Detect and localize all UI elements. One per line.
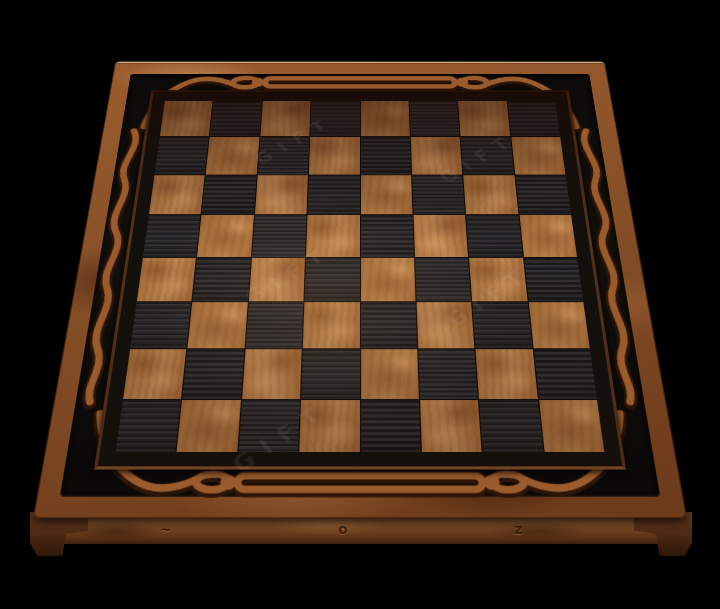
square-e2 [361,349,419,398]
square-c4 [249,257,305,301]
square-e1 [361,400,421,452]
square-f7 [411,137,463,174]
square-a7 [155,137,209,174]
square-b5 [197,215,253,256]
square-h2 [533,349,596,398]
square-f6 [412,175,465,214]
square-b2 [183,349,245,398]
square-f2 [418,349,478,398]
skirt-carved-marks: o ~ o z o [0,521,720,537]
square-h8 [507,101,560,136]
square-h1 [539,400,605,452]
square-c2 [242,349,302,398]
square-e4 [361,257,416,301]
square-h3 [528,302,589,348]
square-c6 [255,175,308,214]
chessboard: GIFT GIFT GIFT GIFT GIFT GIFT GIFT GIFT … [33,62,687,519]
square-c7 [258,137,310,174]
square-g4 [469,257,527,301]
square-a2 [123,349,186,398]
square-b8 [210,101,262,136]
square-d5 [306,215,359,256]
chessboard-photo-scene: o ~ o z o [0,0,720,609]
square-f4 [415,257,471,301]
square-d2 [301,349,359,398]
square-d8 [310,101,359,136]
square-h7 [511,137,565,174]
square-f5 [413,215,468,256]
square-b1 [177,400,241,452]
square-d6 [308,175,360,214]
square-h5 [519,215,577,256]
square-h6 [515,175,571,214]
square-e8 [360,101,409,136]
square-a3 [130,302,191,348]
square-e6 [360,175,412,214]
square-g2 [476,349,538,398]
square-g5 [466,215,522,256]
board-grid [116,101,605,452]
square-c5 [252,215,307,256]
square-e3 [361,302,418,348]
square-c8 [260,101,310,136]
square-d4 [305,257,360,301]
square-a6 [149,175,205,214]
square-f8 [409,101,459,136]
square-f3 [416,302,474,348]
square-b6 [202,175,257,214]
square-g8 [458,101,510,136]
square-b4 [193,257,251,301]
square-a1 [116,400,182,452]
square-b3 [188,302,248,348]
square-g1 [479,400,543,452]
square-d3 [303,302,360,348]
square-f1 [420,400,482,452]
square-e7 [360,137,411,174]
square-c3 [245,302,303,348]
square-d7 [309,137,360,174]
square-g6 [463,175,518,214]
square-d1 [299,400,359,452]
playing-surface-plate [94,90,626,469]
square-c1 [238,400,300,452]
square-h4 [524,257,584,301]
square-g3 [472,302,532,348]
square-e5 [360,215,413,256]
square-g7 [461,137,514,174]
square-a8 [160,101,213,136]
square-a5 [143,215,201,256]
square-b7 [206,137,259,174]
square-a4 [137,257,197,301]
